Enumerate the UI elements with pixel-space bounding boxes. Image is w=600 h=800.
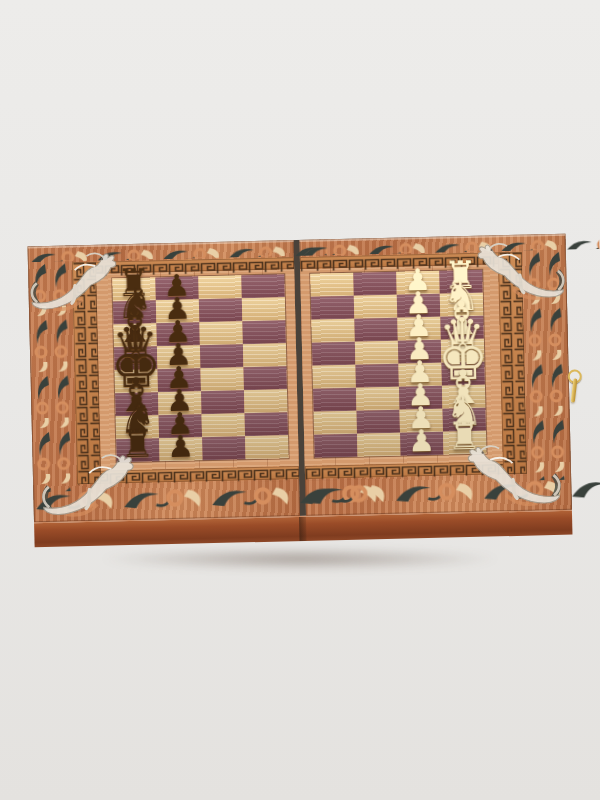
square[interactable] [357, 433, 401, 457]
square[interactable] [356, 387, 400, 411]
square[interactable] [312, 342, 356, 366]
square[interactable] [354, 295, 398, 319]
square[interactable] [245, 435, 289, 459]
piece-black-pawn[interactable]: ♟ [167, 433, 195, 461]
folding-chess-box: ♜♟♞♟♝♟♛♟♚♟♝♟♞♟♜♟ ♟♜♟♞♟♝♟♛♟♚♟♝♟♞♟♜ [28, 234, 573, 547]
piece-white-rook[interactable]: ♜ [447, 419, 482, 455]
square[interactable] [313, 388, 357, 412]
square[interactable] [202, 436, 246, 460]
square[interactable] [242, 320, 286, 344]
square[interactable] [245, 412, 289, 436]
chessboard-right-quadrant: ♟♜♟♞♟♝♟♛♟♚♟♝♟♞♟♜ [310, 270, 486, 458]
square[interactable] [311, 296, 355, 320]
square[interactable] [353, 272, 397, 296]
box-top-surface: ♜♟♞♟♝♟♛♟♚♟♝♟♞♟♜♟ ♟♜♟♞♟♝♟♛♟♚♟♝♟♞♟♜ [28, 234, 572, 523]
square[interactable]: ♟ [159, 437, 203, 461]
square[interactable] [243, 366, 287, 390]
square[interactable] [311, 319, 355, 343]
square[interactable]: ♜ [443, 431, 487, 455]
piece-black-rook[interactable]: ♜ [120, 426, 155, 462]
square[interactable] [244, 389, 288, 413]
scroll-ornament-band [524, 250, 569, 481]
scene-background: ♜♟♞♟♝♟♛♟♚♟♝♟♞♟♜♟ ♟♜♟♞♟♝♟♛♟♚♟♝♟♞♟♜ [0, 0, 600, 800]
square[interactable] [312, 365, 356, 389]
square[interactable] [310, 273, 354, 297]
square[interactable] [202, 413, 246, 437]
greek-key-band [498, 252, 527, 475]
square[interactable] [355, 341, 399, 365]
box-left-half: ♜♟♞♟♝♟♛♟♚♟♝♟♞♟♜♟ [28, 240, 300, 522]
chessboard-left-quadrant: ♜♟♞♟♝♟♛♟♚♟♝♟♞♟♜♟ [112, 274, 288, 462]
box-right-half: ♟♜♟♞♟♝♟♛♟♚♟♝♟♞♟♜ [299, 234, 571, 516]
square[interactable] [241, 274, 285, 298]
square[interactable] [314, 434, 358, 458]
square[interactable] [314, 411, 358, 435]
brass-latch-icon [566, 369, 582, 403]
square[interactable] [199, 321, 243, 345]
square[interactable] [243, 343, 287, 367]
square[interactable] [355, 364, 399, 388]
square[interactable] [200, 367, 244, 391]
square[interactable] [198, 275, 242, 299]
scroll-ornament-band [30, 261, 75, 492]
square[interactable]: ♟ [400, 432, 444, 456]
square[interactable] [201, 390, 245, 414]
piece-white-pawn[interactable]: ♟ [408, 427, 436, 455]
square[interactable]: ♜ [116, 438, 160, 462]
square[interactable] [199, 298, 243, 322]
square[interactable] [242, 297, 286, 321]
square[interactable] [354, 318, 398, 342]
square[interactable] [200, 344, 244, 368]
box-floor-shadow [22, 544, 578, 574]
square[interactable] [357, 410, 401, 434]
